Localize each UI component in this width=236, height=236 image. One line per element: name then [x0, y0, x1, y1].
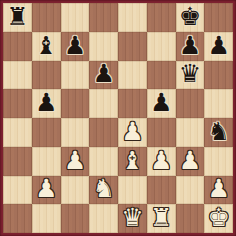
square-h1[interactable]: ♚ — [204, 204, 233, 233]
square-e2[interactable] — [118, 176, 147, 205]
square-d6[interactable]: ♟ — [89, 61, 118, 90]
square-h5[interactable] — [204, 89, 233, 118]
piece-black-bishop-b7: ♝ — [35, 33, 57, 58]
square-b7[interactable]: ♝ — [32, 32, 61, 61]
square-b6[interactable] — [32, 61, 61, 90]
square-h4[interactable]: ♞ — [204, 118, 233, 147]
piece-black-rook-a8: ♜ — [6, 4, 28, 29]
square-g4[interactable] — [176, 118, 205, 147]
square-f3[interactable]: ♟ — [147, 147, 176, 176]
piece-white-bishop-e3: ♝ — [121, 148, 143, 173]
square-e3[interactable]: ♝ — [118, 147, 147, 176]
square-f6[interactable] — [147, 61, 176, 90]
square-g6[interactable]: ♛ — [176, 61, 205, 90]
square-e8[interactable] — [118, 3, 147, 32]
piece-black-pawn-h7: ♟ — [207, 33, 229, 58]
square-e6[interactable] — [118, 61, 147, 90]
square-e1[interactable]: ♛ — [118, 204, 147, 233]
piece-white-pawn-c3: ♟ — [64, 148, 86, 173]
chess-board: ♜♚♝♟♟♟♟♛♟♟♟♞♟♝♟♟♟♞♟♛♜♚ — [3, 3, 233, 233]
square-f7[interactable] — [147, 32, 176, 61]
square-c2[interactable] — [61, 176, 90, 205]
square-a7[interactable] — [3, 32, 32, 61]
square-h6[interactable] — [204, 61, 233, 90]
square-d4[interactable] — [89, 118, 118, 147]
piece-white-pawn-g3: ♟ — [179, 148, 201, 173]
square-f2[interactable] — [147, 176, 176, 205]
square-b3[interactable] — [32, 147, 61, 176]
square-b4[interactable] — [32, 118, 61, 147]
square-a6[interactable] — [3, 61, 32, 90]
square-f1[interactable]: ♜ — [147, 204, 176, 233]
piece-white-pawn-b2: ♟ — [35, 176, 57, 201]
square-c4[interactable] — [61, 118, 90, 147]
square-a8[interactable]: ♜ — [3, 3, 32, 32]
square-g7[interactable]: ♟ — [176, 32, 205, 61]
square-g2[interactable] — [176, 176, 205, 205]
square-b1[interactable] — [32, 204, 61, 233]
piece-white-king-h1: ♚ — [207, 205, 229, 230]
square-c7[interactable]: ♟ — [61, 32, 90, 61]
piece-white-pawn-h2: ♟ — [207, 176, 229, 201]
piece-white-queen-e1: ♛ — [121, 205, 143, 230]
piece-black-queen-g6: ♛ — [179, 61, 201, 86]
piece-black-knight-h4: ♞ — [207, 119, 229, 144]
square-g1[interactable] — [176, 204, 205, 233]
square-d3[interactable] — [89, 147, 118, 176]
piece-white-pawn-e4: ♟ — [121, 119, 143, 144]
square-d7[interactable] — [89, 32, 118, 61]
square-g8[interactable]: ♚ — [176, 3, 205, 32]
square-a4[interactable] — [3, 118, 32, 147]
board-frame: ♜♚♝♟♟♟♟♛♟♟♟♞♟♝♟♟♟♞♟♛♜♚ — [0, 0, 236, 236]
square-d5[interactable] — [89, 89, 118, 118]
square-a5[interactable] — [3, 89, 32, 118]
square-c5[interactable] — [61, 89, 90, 118]
square-c6[interactable] — [61, 61, 90, 90]
square-b2[interactable]: ♟ — [32, 176, 61, 205]
square-c3[interactable]: ♟ — [61, 147, 90, 176]
square-b8[interactable] — [32, 3, 61, 32]
piece-white-pawn-f3: ♟ — [150, 148, 172, 173]
square-h3[interactable] — [204, 147, 233, 176]
square-d2[interactable]: ♞ — [89, 176, 118, 205]
square-c1[interactable] — [61, 204, 90, 233]
piece-white-knight-d2: ♞ — [92, 176, 114, 201]
piece-black-pawn-b5: ♟ — [35, 90, 57, 115]
square-a2[interactable] — [3, 176, 32, 205]
square-f4[interactable] — [147, 118, 176, 147]
square-d1[interactable] — [89, 204, 118, 233]
square-f5[interactable]: ♟ — [147, 89, 176, 118]
square-e4[interactable]: ♟ — [118, 118, 147, 147]
square-h7[interactable]: ♟ — [204, 32, 233, 61]
square-h8[interactable] — [204, 3, 233, 32]
piece-black-pawn-d6: ♟ — [92, 61, 114, 86]
square-f8[interactable] — [147, 3, 176, 32]
square-d8[interactable] — [89, 3, 118, 32]
piece-black-pawn-g7: ♟ — [179, 33, 201, 58]
piece-white-rook-f1: ♜ — [150, 205, 172, 230]
piece-black-king-g8: ♚ — [179, 4, 201, 29]
square-g5[interactable] — [176, 89, 205, 118]
square-h2[interactable]: ♟ — [204, 176, 233, 205]
piece-black-pawn-f5: ♟ — [150, 90, 172, 115]
square-g3[interactable]: ♟ — [176, 147, 205, 176]
square-a1[interactable] — [3, 204, 32, 233]
piece-black-pawn-c7: ♟ — [64, 33, 86, 58]
square-b5[interactable]: ♟ — [32, 89, 61, 118]
square-e7[interactable] — [118, 32, 147, 61]
square-c8[interactable] — [61, 3, 90, 32]
square-a3[interactable] — [3, 147, 32, 176]
square-e5[interactable] — [118, 89, 147, 118]
